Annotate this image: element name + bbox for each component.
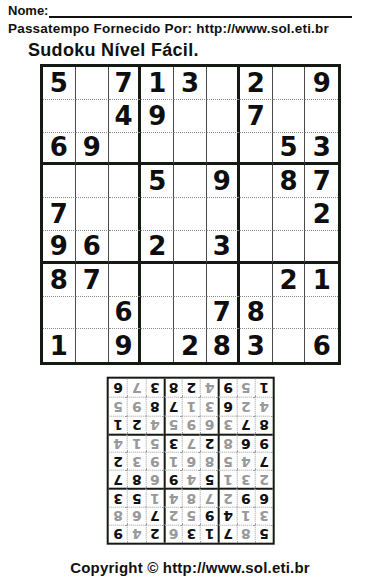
- solution-cell-r1c5: 3: [182, 525, 200, 543]
- name-row: Nome:: [8, 3, 352, 18]
- solution-cell-r1c6: 6: [164, 525, 182, 543]
- solution-cell-r5c6: 1: [164, 452, 182, 470]
- solution-cell-r4c7: 6: [145, 470, 163, 488]
- puzzle-cell-r1c1: 5: [43, 67, 76, 100]
- solution-cell-r1c2: 8: [236, 525, 254, 543]
- puzzle-cell-r8c6: 7: [207, 297, 240, 330]
- puzzle-cell-r3c8: 5: [273, 133, 306, 166]
- puzzle-cell-r4c6: 9: [207, 165, 240, 198]
- solution-cell-r5c9: 2: [109, 452, 127, 470]
- solution-cell-r8c8: 9: [127, 397, 145, 415]
- solution-cell-r4c4: 5: [200, 470, 218, 488]
- solution-cell-r5c7: 9: [145, 452, 163, 470]
- puzzle-cell-r9c2: [76, 329, 109, 362]
- puzzle-cell-r1c2: [76, 67, 109, 100]
- solution-cell-r9c3: 9: [218, 379, 236, 397]
- puzzle-cell-r3c9: 3: [305, 133, 338, 166]
- solution-cell-r2c1: 3: [255, 506, 273, 524]
- puzzle-cell-r4c5: [174, 165, 207, 198]
- solution-cell-r4c6: 9: [164, 470, 182, 488]
- puzzle-cell-r7c4: [141, 264, 174, 297]
- solution-cell-r8c7: 8: [145, 397, 163, 415]
- solution-cell-r1c1: 5: [255, 525, 273, 543]
- solution-cell-r6c9: 4: [109, 434, 127, 452]
- puzzle-cell-r5c4: [141, 198, 174, 231]
- puzzle-cell-r9c8: [273, 329, 306, 362]
- solution-cell-r2c7: 7: [145, 506, 163, 524]
- solution-cell-r6c4: 2: [200, 434, 218, 452]
- puzzle-cell-r1c8: [273, 67, 306, 100]
- puzzle-cell-r8c8: [273, 297, 306, 330]
- solution-cell-r9c5: 2: [182, 379, 200, 397]
- solution-cell-r3c2: 9: [236, 488, 254, 506]
- solution-cell-r7c5: 9: [182, 415, 200, 433]
- solution-cell-r2c8: 6: [127, 506, 145, 524]
- solution-cell-r9c4: 4: [200, 379, 218, 397]
- name-label: Nome:: [8, 3, 48, 18]
- puzzle-cell-r1c9: 9: [305, 67, 338, 100]
- puzzle-cell-r1c4: 1: [141, 67, 174, 100]
- puzzle-cell-r5c7: [240, 198, 273, 231]
- solution-cell-r3c5: 8: [182, 488, 200, 506]
- puzzle-cell-r9c6: 8: [207, 329, 240, 362]
- solution-cell-r3c9: 3: [109, 488, 127, 506]
- name-blank-line: [49, 3, 352, 18]
- solution-cell-r9c1: 1: [255, 379, 273, 397]
- sudoku-solution-grid-upside-down: 5871362493149527686927841532315496877458…: [107, 377, 275, 545]
- solution-cell-r8c1: 4: [255, 397, 273, 415]
- puzzle-cell-r6c9: [305, 231, 338, 264]
- puzzle-cell-r4c2: [76, 165, 109, 198]
- solution-cell-r7c4: 6: [200, 415, 218, 433]
- puzzle-cell-r9c9: 6: [305, 329, 338, 362]
- solution-cell-r9c7: 3: [145, 379, 163, 397]
- solution-cell-r5c2: 4: [236, 452, 254, 470]
- puzzle-cell-r3c1: 6: [43, 133, 76, 166]
- puzzle-cell-r5c1: 7: [43, 198, 76, 231]
- page-title: Sudoku Nível Fácil.: [28, 40, 199, 61]
- solution-cell-r4c2: 3: [236, 470, 254, 488]
- solution-cell-r8c6: 7: [164, 397, 182, 415]
- puzzle-cell-r2c5: [174, 100, 207, 133]
- solution-cell-r2c4: 9: [200, 506, 218, 524]
- puzzle-cell-r8c1: [43, 297, 76, 330]
- solution-cell-r9c6: 8: [164, 379, 182, 397]
- puzzle-cell-r8c7: 8: [240, 297, 273, 330]
- puzzle-cell-r9c3: 9: [109, 329, 142, 362]
- solution-cell-r5c5: 6: [182, 452, 200, 470]
- puzzle-cell-r6c3: [109, 231, 142, 264]
- solution-cell-r1c9: 9: [109, 525, 127, 543]
- solution-cell-r7c6: 5: [164, 415, 182, 433]
- puzzle-cell-r7c7: [240, 264, 273, 297]
- puzzle-cell-r5c6: [207, 198, 240, 231]
- solution-cell-r4c9: 7: [109, 470, 127, 488]
- solution-cell-r7c9: 1: [109, 415, 127, 433]
- solution-cell-r1c3: 7: [218, 525, 236, 543]
- puzzle-cell-r4c1: [43, 165, 76, 198]
- puzzle-cell-r4c4: 5: [141, 165, 174, 198]
- puzzle-cell-r9c7: 3: [240, 329, 273, 362]
- solution-cell-r5c8: 3: [127, 452, 145, 470]
- solution-cell-r2c2: 1: [236, 506, 254, 524]
- solution-cell-r4c1: 2: [255, 470, 273, 488]
- solution-cell-r3c8: 5: [127, 488, 145, 506]
- solution-cell-r3c6: 4: [164, 488, 182, 506]
- solution-cell-r6c5: 7: [182, 434, 200, 452]
- puzzle-cell-r6c4: 2: [141, 231, 174, 264]
- puzzle-cell-r5c5: [174, 198, 207, 231]
- solution-cell-r7c3: 3: [218, 415, 236, 433]
- solution-cell-r2c5: 5: [182, 506, 200, 524]
- solution-cell-r8c9: 5: [109, 397, 127, 415]
- puzzle-cell-r5c3: [109, 198, 142, 231]
- solution-cell-r6c1: 9: [255, 434, 273, 452]
- solution-cell-r9c8: 7: [127, 379, 145, 397]
- puzzle-cell-r7c9: 1: [305, 264, 338, 297]
- puzzle-cell-r5c8: [273, 198, 306, 231]
- copyright-line: Copyright © http://www.sol.eti.br: [0, 559, 380, 576]
- puzzle-cell-r4c8: 8: [273, 165, 306, 198]
- solution-cell-r8c4: 3: [200, 397, 218, 415]
- solution-cell-r4c3: 1: [218, 470, 236, 488]
- solution-cell-r1c8: 4: [127, 525, 145, 543]
- puzzle-cell-r8c2: [76, 297, 109, 330]
- puzzle-cell-r3c3: [109, 133, 142, 166]
- puzzle-cell-r7c1: 8: [43, 264, 76, 297]
- solution-cell-r7c2: 7: [236, 415, 254, 433]
- puzzle-cell-r4c7: [240, 165, 273, 198]
- solution-cell-r5c4: 8: [200, 452, 218, 470]
- solution-cell-r2c6: 2: [164, 506, 182, 524]
- puzzle-cell-r6c2: 6: [76, 231, 109, 264]
- solution-cell-r1c4: 1: [200, 525, 218, 543]
- sudoku-puzzle-grid: 571329497695359877296238721678192836: [40, 64, 341, 365]
- solution-cell-r8c2: 2: [236, 397, 254, 415]
- sudoku-worksheet-page: Nome: Passatempo Fornecido Por: http://w…: [0, 0, 380, 585]
- puzzle-cell-r2c1: [43, 100, 76, 133]
- solution-cell-r6c7: 5: [145, 434, 163, 452]
- solution-cell-r1c7: 2: [145, 525, 163, 543]
- puzzle-cell-r8c5: [174, 297, 207, 330]
- puzzle-cell-r2c9: [305, 100, 338, 133]
- puzzle-cell-r3c5: [174, 133, 207, 166]
- puzzle-cell-r3c7: [240, 133, 273, 166]
- puzzle-cell-r2c3: 4: [109, 100, 142, 133]
- puzzle-cell-r9c1: 1: [43, 329, 76, 362]
- puzzle-cell-r7c2: 7: [76, 264, 109, 297]
- puzzle-cell-r7c6: [207, 264, 240, 297]
- puzzle-cell-r9c5: 2: [174, 329, 207, 362]
- puzzle-cell-r7c5: [174, 264, 207, 297]
- solution-cell-r2c3: 4: [218, 506, 236, 524]
- puzzle-cell-r2c6: [207, 100, 240, 133]
- solution-cell-r6c8: 1: [127, 434, 145, 452]
- puzzle-cell-r4c3: [109, 165, 142, 198]
- puzzle-cell-r6c5: [174, 231, 207, 264]
- solution-cell-r6c3: 8: [218, 434, 236, 452]
- solution-cell-r6c6: 3: [164, 434, 182, 452]
- solution-cell-r8c3: 6: [218, 397, 236, 415]
- solution-cell-r3c4: 7: [200, 488, 218, 506]
- solution-cell-r4c5: 4: [182, 470, 200, 488]
- puzzle-cell-r8c9: [305, 297, 338, 330]
- solution-cell-r3c1: 6: [255, 488, 273, 506]
- solution-cell-r7c7: 4: [145, 415, 163, 433]
- solution-cell-r5c3: 5: [218, 452, 236, 470]
- puzzle-cell-r5c2: [76, 198, 109, 231]
- puzzle-cell-r3c4: [141, 133, 174, 166]
- solution-cell-r6c2: 6: [236, 434, 254, 452]
- solution-cell-r9c9: 6: [109, 379, 127, 397]
- puzzle-cell-r5c9: 2: [305, 198, 338, 231]
- puzzle-cell-r1c7: 2: [240, 67, 273, 100]
- puzzle-cell-r2c2: [76, 100, 109, 133]
- solution-cell-r7c1: 8: [255, 415, 273, 433]
- puzzle-cell-r6c1: 9: [43, 231, 76, 264]
- puzzle-cell-r3c2: 9: [76, 133, 109, 166]
- solution-cell-r7c8: 2: [127, 415, 145, 433]
- puzzle-cell-r2c8: [273, 100, 306, 133]
- puzzle-cell-r6c8: [273, 231, 306, 264]
- puzzle-cell-r6c6: 3: [207, 231, 240, 264]
- puzzle-cell-r8c4: [141, 297, 174, 330]
- puzzle-cell-r3c6: [207, 133, 240, 166]
- puzzle-cell-r1c6: [207, 67, 240, 100]
- puzzle-cell-r2c4: 9: [141, 100, 174, 133]
- puzzle-cell-r6c7: [240, 231, 273, 264]
- solution-cell-r8c5: 1: [182, 397, 200, 415]
- puzzle-cell-r4c9: 7: [305, 165, 338, 198]
- solution-cell-r5c1: 7: [255, 452, 273, 470]
- puzzle-cell-r1c5: 3: [174, 67, 207, 100]
- puzzle-cell-r9c4: [141, 329, 174, 362]
- puzzle-cell-r1c3: 7: [109, 67, 142, 100]
- solution-cell-r3c3: 2: [218, 488, 236, 506]
- puzzle-cell-r7c3: [109, 264, 142, 297]
- puzzle-cell-r2c7: 7: [240, 100, 273, 133]
- solution-cell-r4c8: 8: [127, 470, 145, 488]
- puzzle-cell-r8c3: 6: [109, 297, 142, 330]
- solution-cell-r3c7: 1: [145, 488, 163, 506]
- provider-line: Passatempo Fornecido Por: http://www.sol…: [8, 21, 329, 36]
- solution-cell-r9c2: 5: [236, 379, 254, 397]
- puzzle-cell-r7c8: 2: [273, 264, 306, 297]
- solution-cell-r2c9: 8: [109, 506, 127, 524]
